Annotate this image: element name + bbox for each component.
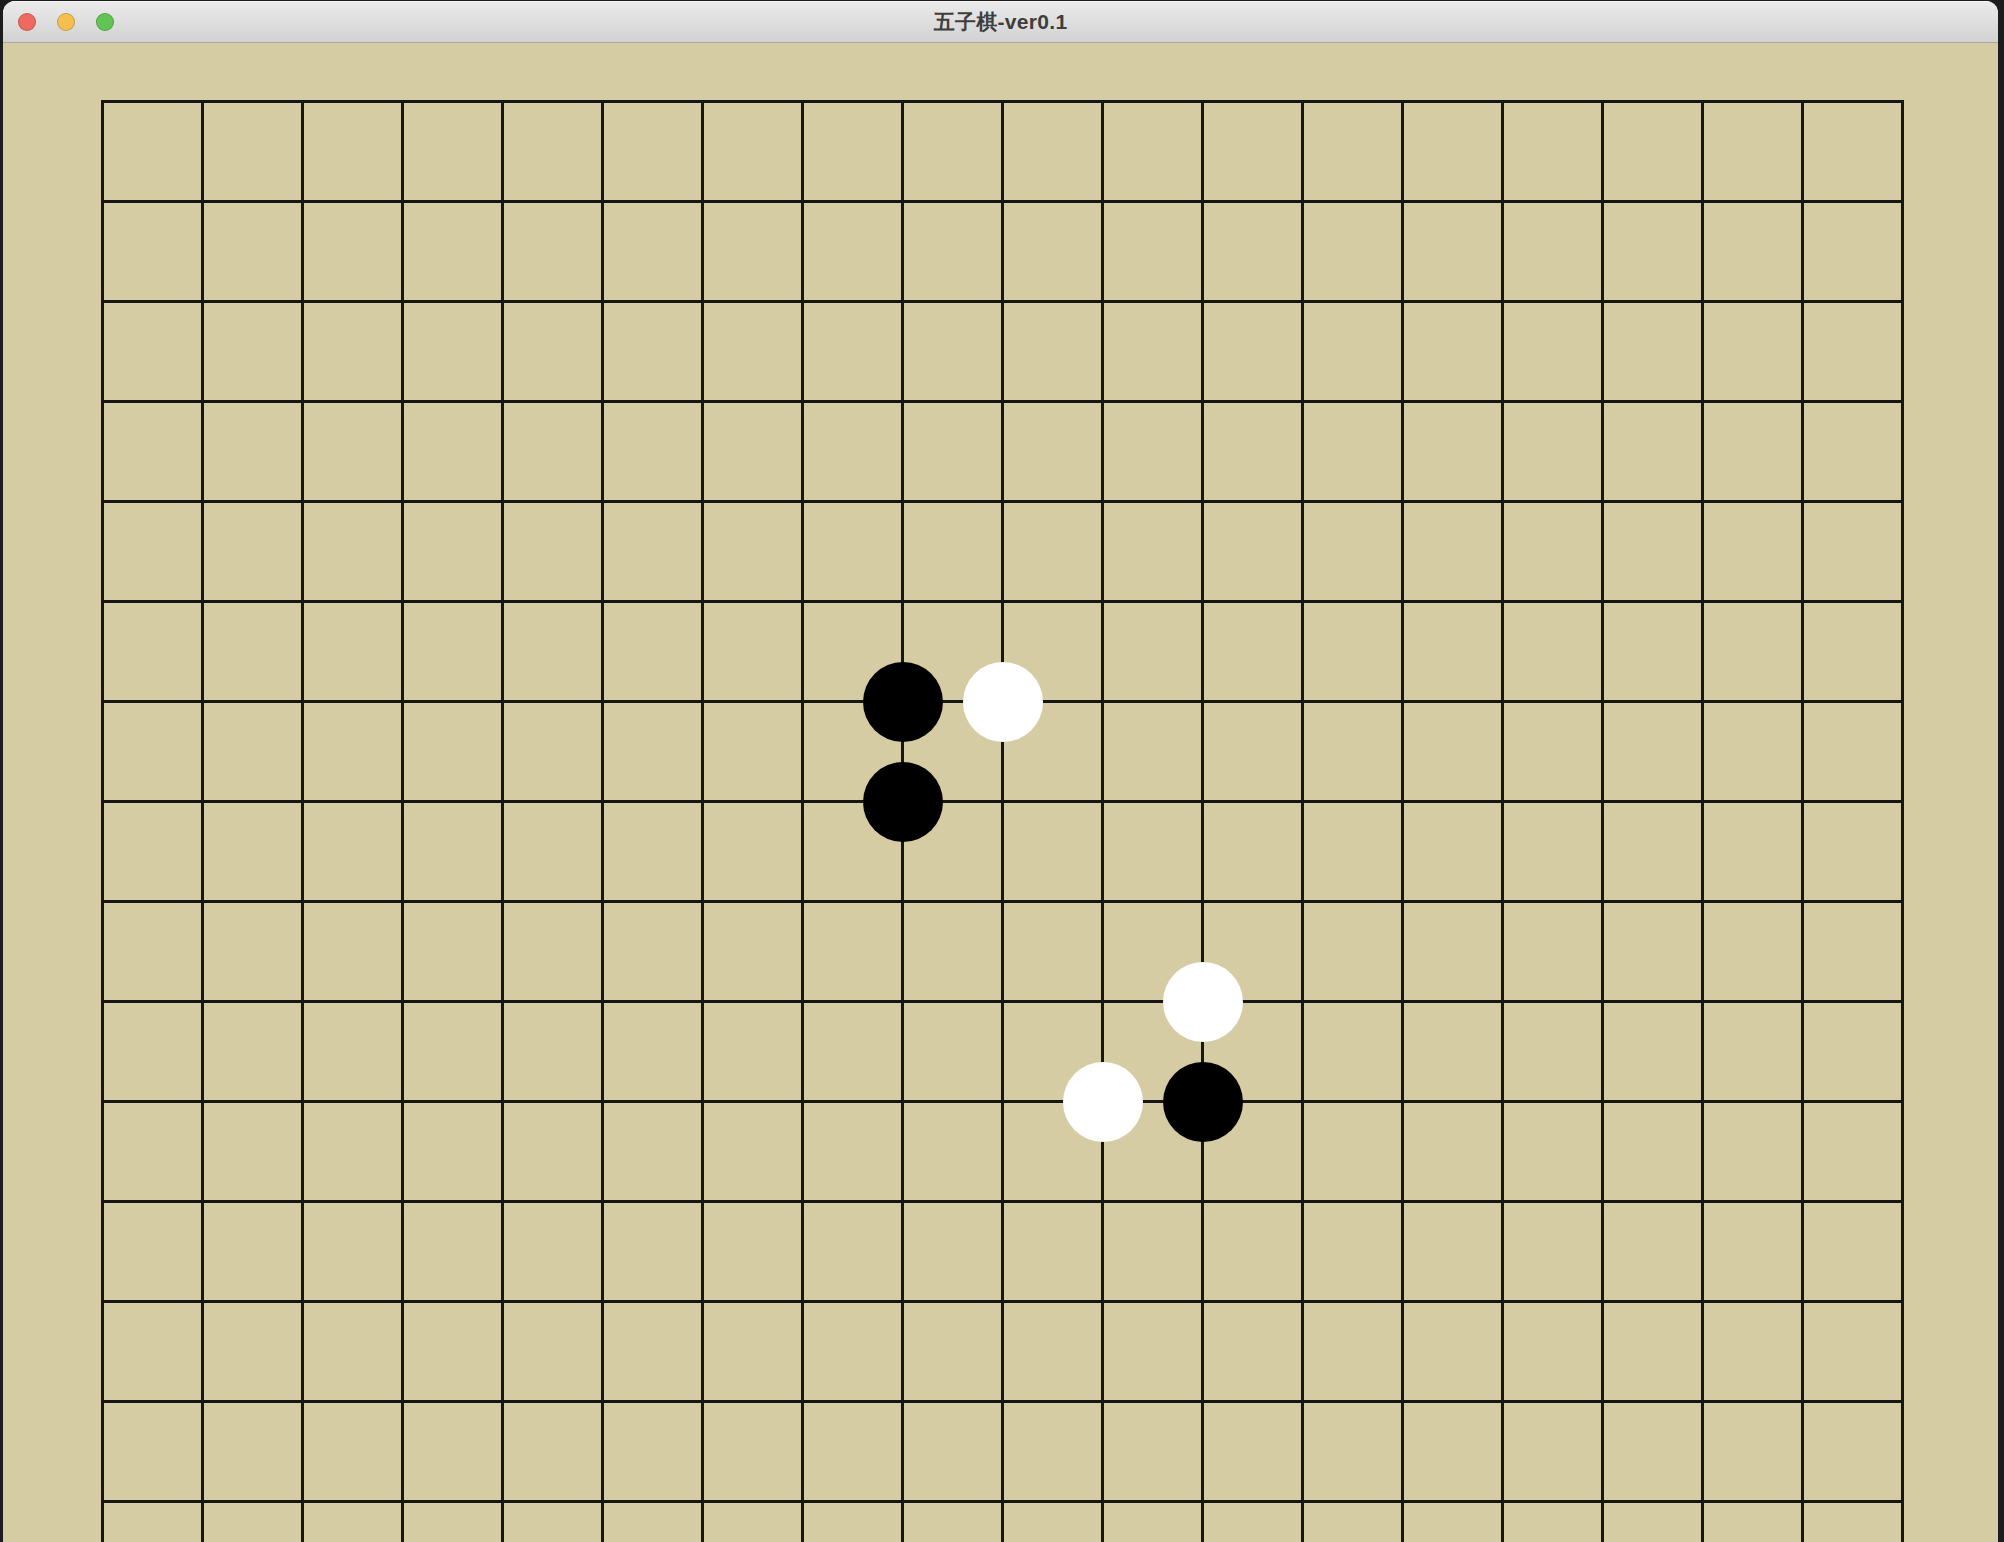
board-cell[interactable] [901, 1100, 1001, 1200]
board-cell[interactable] [701, 100, 801, 200]
board-cell[interactable] [1401, 500, 1501, 600]
board-cell[interactable] [101, 1000, 201, 1100]
board-cell[interactable] [1101, 1500, 1201, 1542]
board-cell[interactable] [201, 600, 301, 700]
board-cell[interactable] [301, 900, 401, 1000]
board-cell[interactable] [1001, 300, 1101, 400]
board-cell[interactable] [901, 400, 1001, 500]
board-cell[interactable] [1801, 1500, 1901, 1542]
board-cell[interactable] [701, 1200, 801, 1300]
board-cell[interactable] [1701, 1100, 1801, 1200]
board-cell[interactable] [1301, 1100, 1401, 1200]
board-cell[interactable] [301, 200, 401, 300]
board-cell[interactable] [301, 1200, 401, 1300]
board-cell[interactable] [801, 1500, 901, 1542]
board-cell[interactable] [1301, 400, 1401, 500]
board-cell[interactable] [301, 700, 401, 800]
black-stone [1163, 1062, 1243, 1142]
board-cell[interactable] [701, 800, 801, 900]
board-cell[interactable] [101, 1300, 201, 1400]
board-cell[interactable] [1201, 800, 1301, 900]
board-cell[interactable] [1601, 1100, 1701, 1200]
board-cell[interactable] [401, 1300, 501, 1400]
board-cell[interactable] [201, 900, 301, 1000]
board-cell[interactable] [401, 800, 501, 900]
board-cell[interactable] [1701, 300, 1801, 400]
board-cell[interactable] [1301, 200, 1401, 300]
board-cell[interactable] [301, 300, 401, 400]
board-cell[interactable] [1401, 1500, 1501, 1542]
board-cell[interactable] [1101, 200, 1201, 300]
board-cell[interactable] [1301, 600, 1401, 700]
board-cell[interactable] [1401, 1200, 1501, 1300]
board-cell[interactable] [1101, 600, 1201, 700]
board-cell[interactable] [1201, 1200, 1301, 1300]
board-cell[interactable] [1401, 600, 1501, 700]
board-cell[interactable] [501, 700, 601, 800]
board-cell[interactable] [101, 1200, 201, 1300]
board-cell[interactable] [1701, 600, 1801, 700]
board-cell[interactable] [1501, 700, 1601, 800]
board-cell[interactable] [201, 1300, 301, 1400]
board-cell[interactable] [601, 1300, 701, 1400]
board-cell[interactable] [501, 1100, 601, 1200]
board-cell[interactable] [1601, 200, 1701, 300]
board-cell[interactable] [101, 900, 201, 1000]
board-cell[interactable] [1801, 1300, 1901, 1400]
board-cell[interactable] [1401, 900, 1501, 1000]
board-cell[interactable] [1001, 400, 1101, 500]
board-cell[interactable] [1201, 700, 1301, 800]
board-cell[interactable] [701, 1400, 801, 1500]
board-cell[interactable] [1301, 900, 1401, 1000]
board-cell[interactable] [101, 400, 201, 500]
board-cell[interactable] [501, 1400, 601, 1500]
board-cell[interactable] [1001, 200, 1101, 300]
board-cell[interactable] [1001, 1300, 1101, 1400]
board-cell[interactable] [1301, 1500, 1401, 1542]
board-cell[interactable] [701, 200, 801, 300]
board-cell[interactable] [401, 200, 501, 300]
board-cell[interactable] [1201, 300, 1301, 400]
board-cell[interactable] [1501, 400, 1601, 500]
board-cell[interactable] [201, 1500, 301, 1542]
board-cell[interactable] [401, 1400, 501, 1500]
board-cell[interactable] [401, 400, 501, 500]
board-cell[interactable] [1401, 800, 1501, 900]
board-cell[interactable] [1201, 1300, 1301, 1400]
board-cell[interactable] [1001, 100, 1101, 200]
board-cell[interactable] [501, 800, 601, 900]
board-cell[interactable] [201, 1000, 301, 1100]
board-cell[interactable] [1801, 300, 1901, 400]
black-stone [863, 662, 943, 742]
board-cell[interactable] [1801, 100, 1901, 200]
board-cell[interactable] [601, 1500, 701, 1542]
white-stone [1063, 1062, 1143, 1142]
board-cell[interactable] [501, 1200, 601, 1300]
board-cell[interactable] [301, 1500, 401, 1542]
board-cell[interactable] [1801, 1100, 1901, 1200]
board-cell[interactable] [401, 1500, 501, 1542]
board-cell[interactable] [201, 500, 301, 600]
board-cell[interactable] [1801, 700, 1901, 800]
board-cell[interactable] [101, 500, 201, 600]
board-cell[interactable] [301, 1400, 401, 1500]
board-cell[interactable] [601, 400, 701, 500]
board-cell[interactable] [101, 100, 201, 200]
board-cell[interactable] [301, 100, 401, 200]
board-cell[interactable] [1801, 1400, 1901, 1500]
board-cell[interactable] [1601, 1400, 1701, 1500]
board-cell[interactable] [1201, 500, 1301, 600]
window-title: 五子棋-ver0.1 [3, 1, 1998, 42]
board-cell[interactable] [801, 300, 901, 400]
board-cell[interactable] [101, 800, 201, 900]
board-cell[interactable] [101, 1100, 201, 1200]
board-cell[interactable] [901, 900, 1001, 1000]
board-cell[interactable] [1301, 800, 1401, 900]
board-cell[interactable] [601, 800, 701, 900]
board-cell[interactable] [1001, 1400, 1101, 1500]
board-cell[interactable] [501, 400, 601, 500]
board-cell[interactable] [1501, 900, 1601, 1000]
close-button[interactable] [18, 13, 36, 31]
board-cell[interactable] [501, 1500, 601, 1542]
board-cell[interactable] [1801, 900, 1901, 1000]
board[interactable] [101, 100, 1904, 1542]
board-cell[interactable] [701, 400, 801, 500]
board-cell[interactable] [901, 1400, 1001, 1500]
board-cell[interactable] [1701, 1200, 1801, 1300]
board-cell[interactable] [301, 400, 401, 500]
board-cell[interactable] [1101, 800, 1201, 900]
board-cell[interactable] [1101, 400, 1201, 500]
board-cell[interactable] [401, 300, 501, 400]
board-cell[interactable] [401, 1100, 501, 1200]
board-cell[interactable] [1301, 1400, 1401, 1500]
board-cell[interactable] [401, 1200, 501, 1300]
board-cell[interactable] [1001, 900, 1101, 1000]
board-cell[interactable] [1001, 1200, 1101, 1300]
board-cell[interactable] [501, 500, 601, 600]
board-cell[interactable] [1801, 200, 1901, 300]
board-cell[interactable] [1501, 800, 1601, 900]
board-cell[interactable] [1401, 700, 1501, 800]
board-cell[interactable] [601, 1400, 701, 1500]
board-cell[interactable] [501, 200, 601, 300]
board-cell[interactable] [1601, 900, 1701, 1000]
board-cell[interactable] [1501, 1200, 1601, 1300]
board-cell[interactable] [1601, 1300, 1701, 1400]
board-cell[interactable] [801, 400, 901, 500]
board-cell[interactable] [701, 1000, 801, 1100]
board-cell[interactable] [601, 600, 701, 700]
board-cell[interactable] [101, 1500, 201, 1542]
board-cell[interactable] [401, 700, 501, 800]
board-cell[interactable] [501, 300, 601, 400]
board-cell[interactable] [701, 1300, 801, 1400]
board-cell[interactable] [1401, 1100, 1501, 1200]
board-cell[interactable] [901, 1200, 1001, 1300]
board-cell[interactable] [1601, 1500, 1701, 1542]
board-cell[interactable] [301, 1100, 401, 1200]
board-cell[interactable] [1401, 200, 1501, 300]
board-cell[interactable] [401, 1000, 501, 1100]
board-cell[interactable] [1401, 300, 1501, 400]
board-cell[interactable] [701, 900, 801, 1000]
minimize-button[interactable] [57, 13, 75, 31]
board-cell[interactable] [801, 100, 901, 200]
board-cell[interactable] [1801, 400, 1901, 500]
board-cell[interactable] [1701, 200, 1801, 300]
board-cell[interactable] [901, 200, 1001, 300]
board-cell[interactable] [201, 200, 301, 300]
board-cell[interactable] [401, 500, 501, 600]
board-cell[interactable] [1301, 500, 1401, 600]
board-cell[interactable] [1601, 1000, 1701, 1100]
board-cell[interactable] [1301, 300, 1401, 400]
board-cell[interactable] [201, 300, 301, 400]
board-cell[interactable] [1501, 200, 1601, 300]
board-cell[interactable] [901, 1500, 1001, 1542]
board-cell[interactable] [201, 1400, 301, 1500]
board-cell[interactable] [801, 1100, 901, 1200]
board-cell[interactable] [901, 100, 1001, 200]
board-cell[interactable] [101, 300, 201, 400]
board-cell[interactable] [1501, 600, 1601, 700]
board-cell[interactable] [1101, 100, 1201, 200]
board-cell[interactable] [1601, 1200, 1701, 1300]
board-cell[interactable] [201, 400, 301, 500]
board-cell[interactable] [201, 100, 301, 200]
board-cell[interactable] [1101, 1400, 1201, 1500]
desktop-background: { "window": { "title": "五子棋-ver0.1" }, "… [0, 0, 2004, 1542]
board-cell[interactable] [1701, 500, 1801, 600]
board-cell[interactable] [1501, 500, 1601, 600]
board-cell[interactable] [1801, 500, 1901, 600]
board-cell[interactable] [1701, 900, 1801, 1000]
board-cell[interactable] [1501, 300, 1601, 400]
board-cell[interactable] [501, 100, 601, 200]
board-cell[interactable] [1201, 1400, 1301, 1500]
board-cell[interactable] [1401, 1400, 1501, 1500]
board-cell[interactable] [701, 600, 801, 700]
board-cell[interactable] [1501, 1000, 1601, 1100]
board-cell[interactable] [1701, 1400, 1801, 1500]
board-cell[interactable] [1301, 1200, 1401, 1300]
board-cell[interactable] [601, 700, 701, 800]
board-cell[interactable] [301, 800, 401, 900]
board-cell[interactable] [301, 1000, 401, 1100]
board-cell[interactable] [401, 100, 501, 200]
board-cell[interactable] [1601, 600, 1701, 700]
board-cell[interactable] [1401, 400, 1501, 500]
board-cell[interactable] [1601, 800, 1701, 900]
board-cell[interactable] [801, 200, 901, 300]
board-cell[interactable] [1401, 1300, 1501, 1400]
board-cell[interactable] [1701, 400, 1801, 500]
board-cell[interactable] [101, 1400, 201, 1500]
board-cell[interactable] [601, 900, 701, 1000]
board-cell[interactable] [1701, 1300, 1801, 1400]
board-cell[interactable] [1001, 800, 1101, 900]
board-cell[interactable] [1701, 1500, 1801, 1542]
board-cell[interactable] [1501, 1400, 1601, 1500]
board-cell[interactable] [1301, 100, 1401, 200]
board-cell[interactable] [601, 1000, 701, 1100]
board-cell[interactable] [901, 1300, 1001, 1400]
board-cell[interactable] [101, 200, 201, 300]
board-cell[interactable] [701, 300, 801, 400]
board-cell[interactable] [301, 1300, 401, 1400]
board-cell[interactable] [1101, 300, 1201, 400]
board-cell[interactable] [901, 500, 1001, 600]
board-cell[interactable] [1701, 100, 1801, 200]
board-cell[interactable] [601, 1100, 701, 1200]
board-cell[interactable] [801, 500, 901, 600]
board-cell[interactable] [1601, 100, 1701, 200]
board-cell[interactable] [601, 100, 701, 200]
board-cell[interactable] [201, 1100, 301, 1200]
board-cell[interactable] [701, 1500, 801, 1542]
board-cell[interactable] [501, 1300, 601, 1400]
traffic-lights [18, 1, 114, 42]
board-cell[interactable] [701, 500, 801, 600]
board-cell[interactable] [1101, 500, 1201, 600]
black-stone [863, 762, 943, 842]
board-cell[interactable] [301, 500, 401, 600]
board-cell[interactable] [501, 1000, 601, 1100]
white-stone [963, 662, 1043, 742]
board-cell[interactable] [1701, 1000, 1801, 1100]
title-bar[interactable]: 五子棋-ver0.1 [3, 1, 1998, 43]
board-cell[interactable] [201, 1200, 301, 1300]
board-cell[interactable] [401, 900, 501, 1000]
board-cell[interactable] [601, 1200, 701, 1300]
zoom-button[interactable] [96, 13, 114, 31]
board-cell[interactable] [901, 300, 1001, 400]
board-cell[interactable] [1501, 1300, 1601, 1400]
board-cell[interactable] [1501, 100, 1601, 200]
board-cell[interactable] [601, 500, 701, 600]
board-cell[interactable] [501, 900, 601, 1000]
board-cell[interactable] [801, 900, 901, 1000]
board-cell[interactable] [701, 1100, 801, 1200]
board-cell[interactable] [601, 200, 701, 300]
board-cell[interactable] [1101, 700, 1201, 800]
board-cell[interactable] [1001, 500, 1101, 600]
board-cell[interactable] [1201, 100, 1301, 200]
board-cell[interactable] [1201, 200, 1301, 300]
board-cell[interactable] [1801, 1200, 1901, 1300]
board-cell[interactable] [1701, 800, 1801, 900]
board-cell[interactable] [1401, 100, 1501, 200]
app-window: 五子棋-ver0.1 [3, 1, 1998, 1542]
white-stone [1163, 962, 1243, 1042]
board-cell[interactable] [1801, 800, 1901, 900]
board-cell[interactable] [1301, 1000, 1401, 1100]
board-cell[interactable] [1601, 400, 1701, 500]
board-cell[interactable] [1201, 1500, 1301, 1542]
board-cell[interactable] [1301, 700, 1401, 800]
board-area [3, 43, 1998, 1542]
board-cell[interactable] [1801, 1000, 1901, 1100]
board-cell[interactable] [1601, 500, 1701, 600]
board-cell[interactable] [1701, 700, 1801, 800]
board-cell[interactable] [1301, 1300, 1401, 1400]
board-cell[interactable] [401, 600, 501, 700]
board-cell[interactable] [1601, 300, 1701, 400]
board-cell[interactable] [801, 1000, 901, 1100]
board-cell[interactable] [301, 600, 401, 700]
board-cell[interactable] [201, 800, 301, 900]
board-cell[interactable] [1101, 1300, 1201, 1400]
board-cell[interactable] [601, 300, 701, 400]
board-cell[interactable] [201, 700, 301, 800]
board-cell[interactable] [501, 600, 601, 700]
board-cell[interactable] [1001, 1500, 1101, 1542]
board-cell[interactable] [1101, 1200, 1201, 1300]
board-cell[interactable] [1201, 400, 1301, 500]
board-cell[interactable] [701, 700, 801, 800]
board-cell[interactable] [1401, 1000, 1501, 1100]
board-cell[interactable] [1601, 700, 1701, 800]
board-cell[interactable] [1801, 600, 1901, 700]
board-cell[interactable] [101, 600, 201, 700]
board-cell[interactable] [1501, 1500, 1601, 1542]
board-cell[interactable] [801, 1300, 901, 1400]
board-cell[interactable] [901, 1000, 1001, 1100]
board-cell[interactable] [1501, 1100, 1601, 1200]
board-cell[interactable] [101, 700, 201, 800]
board-cell[interactable] [801, 1200, 901, 1300]
board-cell[interactable] [1201, 600, 1301, 700]
board-cell[interactable] [801, 1400, 901, 1500]
